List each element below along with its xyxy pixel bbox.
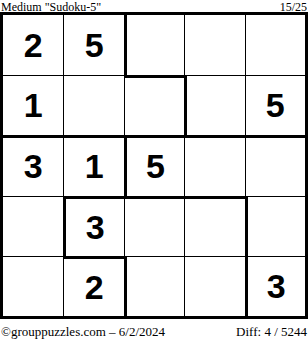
cell-r4c1[interactable]: [3, 196, 63, 256]
footer: ©grouppuzzles.com – 6/2/2024 Diff: 4 / 5…: [0, 324, 308, 340]
cell-r4c4[interactable]: [184, 196, 244, 256]
cell-r1c2[interactable]: 5: [63, 15, 123, 75]
cell-r2c3[interactable]: [124, 75, 184, 135]
cell-r4c2[interactable]: 3: [63, 196, 123, 256]
cell-r1c1[interactable]: 2: [3, 15, 63, 75]
cell-r3c3[interactable]: 5: [124, 135, 184, 195]
footer-credit: ©grouppuzzles.com – 6/2/2024: [1, 324, 165, 340]
puzzle-page: Medium "Sudoku-5" 15/25 2515315323 ©grou…: [0, 0, 308, 343]
cell-r2c1[interactable]: 1: [3, 75, 63, 135]
cell-r3c5[interactable]: [245, 135, 305, 195]
cell-r5c3[interactable]: [124, 256, 184, 316]
cell-r1c4[interactable]: [184, 15, 244, 75]
clue-counter: 15/25: [280, 1, 307, 13]
puzzle-title: Medium "Sudoku-5": [1, 1, 101, 13]
cell-r4c5[interactable]: [245, 196, 305, 256]
cell-r5c2[interactable]: 2: [63, 256, 123, 316]
cell-r1c3[interactable]: [124, 15, 184, 75]
cell-r2c5[interactable]: 5: [245, 75, 305, 135]
difficulty-label: Diff: 4 / 5244: [236, 324, 307, 340]
cell-r5c1[interactable]: [3, 256, 63, 316]
cell-r3c4[interactable]: [184, 135, 244, 195]
cell-r4c3[interactable]: [124, 196, 184, 256]
cell-r3c2[interactable]: 1: [63, 135, 123, 195]
header: Medium "Sudoku-5" 15/25: [0, 0, 308, 12]
cell-r2c4[interactable]: [184, 75, 244, 135]
cell-r1c5[interactable]: [245, 15, 305, 75]
cell-r5c4[interactable]: [184, 256, 244, 316]
board: 2515315323: [0, 12, 308, 319]
cell-r2c2[interactable]: [63, 75, 123, 135]
cell-r3c1[interactable]: 3: [3, 135, 63, 195]
cell-r5c5[interactable]: 3: [245, 256, 305, 316]
